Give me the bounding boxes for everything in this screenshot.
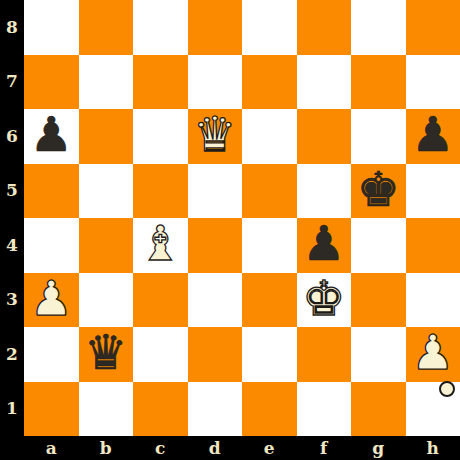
rank-label-4: 4 xyxy=(0,218,24,273)
rank-label-6: 6 xyxy=(0,109,24,164)
black-pawn: ♟ xyxy=(411,110,454,158)
square-a3[interactable]: ♟ xyxy=(24,273,79,328)
black-queen: ♛ xyxy=(84,328,127,376)
square-a2[interactable] xyxy=(24,327,79,382)
white-queen: ♛ xyxy=(193,110,236,158)
file-label-g: g xyxy=(351,436,406,460)
file-label-h: h xyxy=(406,436,460,460)
square-d4[interactable] xyxy=(188,218,243,273)
square-e2[interactable] xyxy=(242,327,297,382)
square-g3[interactable] xyxy=(351,273,406,328)
square-b2[interactable]: ♛ xyxy=(79,327,134,382)
white-pawn: ♟ xyxy=(411,328,454,376)
square-f3[interactable]: ♚ xyxy=(297,273,352,328)
square-b7[interactable] xyxy=(79,55,134,110)
square-e5[interactable] xyxy=(242,164,297,219)
file-label-e: e xyxy=(242,436,297,460)
square-e6[interactable] xyxy=(242,109,297,164)
label-corner xyxy=(0,436,24,460)
square-d1[interactable] xyxy=(188,382,243,437)
square-c4[interactable]: ♝ xyxy=(133,218,188,273)
file-label-d: d xyxy=(188,436,243,460)
square-f6[interactable] xyxy=(297,109,352,164)
square-c3[interactable] xyxy=(133,273,188,328)
square-d3[interactable] xyxy=(188,273,243,328)
square-f2[interactable] xyxy=(297,327,352,382)
square-c2[interactable] xyxy=(133,327,188,382)
square-h8[interactable] xyxy=(406,0,460,55)
square-f7[interactable] xyxy=(297,55,352,110)
square-h2[interactable]: ♟ xyxy=(406,327,460,382)
square-a1[interactable] xyxy=(24,382,79,437)
square-f5[interactable] xyxy=(297,164,352,219)
square-d8[interactable] xyxy=(188,0,243,55)
white-to-move-indicator xyxy=(439,381,455,397)
file-label-b: b xyxy=(79,436,134,460)
square-b5[interactable] xyxy=(79,164,134,219)
square-c7[interactable] xyxy=(133,55,188,110)
rank-label-3: 3 xyxy=(0,273,24,328)
rank-label-5: 5 xyxy=(0,164,24,219)
black-pawn: ♟ xyxy=(30,110,73,158)
square-h6[interactable]: ♟ xyxy=(406,109,460,164)
square-a5[interactable] xyxy=(24,164,79,219)
black-pawn: ♟ xyxy=(302,219,345,267)
black-king: ♚ xyxy=(357,165,400,213)
square-e3[interactable] xyxy=(242,273,297,328)
square-g8[interactable] xyxy=(351,0,406,55)
square-c5[interactable] xyxy=(133,164,188,219)
rank-label-8: 8 xyxy=(0,0,24,55)
square-c6[interactable] xyxy=(133,109,188,164)
square-f1[interactable] xyxy=(297,382,352,437)
rank-label-7: 7 xyxy=(0,55,24,110)
square-e8[interactable] xyxy=(242,0,297,55)
rank-label-1: 1 xyxy=(0,382,24,437)
square-b8[interactable] xyxy=(79,0,134,55)
square-d6[interactable]: ♛ xyxy=(188,109,243,164)
chess-diagram: 8 7 6 5 4 3 2 1 ♟♛♟♚♝♟♟♚♛♟ a b c d e f g… xyxy=(0,0,460,460)
square-e4[interactable] xyxy=(242,218,297,273)
square-b4[interactable] xyxy=(79,218,134,273)
file-label-c: c xyxy=(133,436,188,460)
file-label-f: f xyxy=(297,436,352,460)
square-g2[interactable] xyxy=(351,327,406,382)
square-g7[interactable] xyxy=(351,55,406,110)
square-f4[interactable]: ♟ xyxy=(297,218,352,273)
square-h5[interactable] xyxy=(406,164,460,219)
white-bishop: ♝ xyxy=(139,219,182,267)
square-h3[interactable] xyxy=(406,273,460,328)
square-e7[interactable] xyxy=(242,55,297,110)
white-king: ♚ xyxy=(302,274,345,322)
square-h7[interactable] xyxy=(406,55,460,110)
square-b3[interactable] xyxy=(79,273,134,328)
rank-labels: 8 7 6 5 4 3 2 1 xyxy=(0,0,24,436)
square-f8[interactable] xyxy=(297,0,352,55)
square-a6[interactable]: ♟ xyxy=(24,109,79,164)
square-a8[interactable] xyxy=(24,0,79,55)
square-d7[interactable] xyxy=(188,55,243,110)
square-b1[interactable] xyxy=(79,382,134,437)
square-g4[interactable] xyxy=(351,218,406,273)
square-d2[interactable] xyxy=(188,327,243,382)
file-label-a: a xyxy=(24,436,79,460)
square-h4[interactable] xyxy=(406,218,460,273)
square-a4[interactable] xyxy=(24,218,79,273)
square-g5[interactable]: ♚ xyxy=(351,164,406,219)
square-g6[interactable] xyxy=(351,109,406,164)
square-d5[interactable] xyxy=(188,164,243,219)
chess-board: ♟♛♟♚♝♟♟♚♛♟ xyxy=(24,0,460,436)
file-labels: a b c d e f g h xyxy=(24,436,460,460)
square-c1[interactable] xyxy=(133,382,188,437)
white-pawn: ♟ xyxy=(30,274,73,322)
rank-label-2: 2 xyxy=(0,327,24,382)
square-b6[interactable] xyxy=(79,109,134,164)
square-c8[interactable] xyxy=(133,0,188,55)
square-g1[interactable] xyxy=(351,382,406,437)
square-e1[interactable] xyxy=(242,382,297,437)
square-a7[interactable] xyxy=(24,55,79,110)
